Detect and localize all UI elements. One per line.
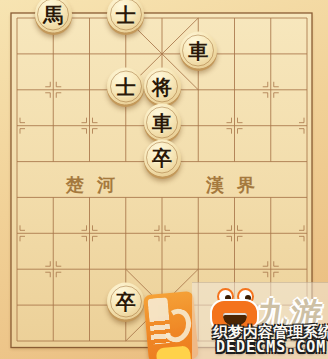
river-label-chu: 楚河	[65, 175, 128, 195]
seal-stamp-graphic	[143, 291, 199, 359]
black-horse-glyph: 馬	[43, 4, 63, 24]
black-soldier-2-glyph: 卒	[116, 291, 136, 311]
seal-yellow-patch	[156, 345, 191, 359]
black-soldier-2[interactable]: 卒	[107, 283, 144, 320]
black-soldier-1[interactable]: 卒	[144, 139, 181, 176]
black-advisor-1-glyph: 士	[116, 4, 136, 24]
black-soldier-1-glyph: 卒	[152, 148, 172, 168]
black-advisor-2-glyph: 士	[116, 76, 136, 96]
river-label-han: 漢界	[205, 175, 268, 195]
black-chariot-2-glyph: 車	[152, 112, 172, 132]
black-chariot-2[interactable]: 車	[144, 104, 181, 141]
black-advisor-2[interactable]: 士	[107, 68, 144, 105]
black-chariot-1[interactable]: 車	[180, 32, 217, 69]
black-general[interactable]: 将	[144, 68, 181, 105]
watermark-line2: DEDECMS.COM	[216, 338, 326, 356]
xiangqi-screenshot: 楚河 漢界 馬士車士将車卒卒 九游 织梦内容管理系统 DEDECMS.COM	[0, 0, 328, 359]
black-chariot-1-glyph: 車	[188, 40, 208, 60]
black-general-glyph: 将	[152, 76, 172, 96]
